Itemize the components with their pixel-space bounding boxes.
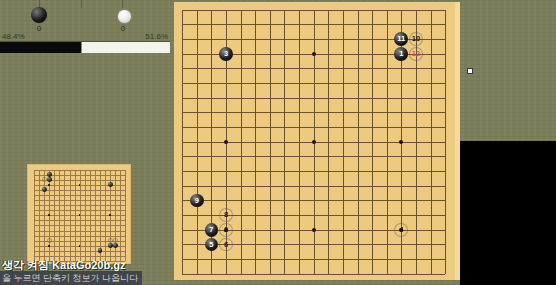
- grid-line: [431, 10, 432, 274]
- black-winrate-label: 48.4%: [2, 32, 25, 41]
- tick-mark: [81, 0, 82, 8]
- grid-line: [328, 10, 329, 274]
- shortcut-hint-text: 을 누르면 단축키 정보가 나옵니다: [0, 271, 142, 285]
- grid-line: [125, 170, 126, 261]
- move-7-black-stone: 7: [205, 223, 219, 237]
- black-stone: [108, 182, 113, 187]
- star-point: [312, 140, 316, 144]
- move-11-black-stone: 11: [394, 32, 408, 46]
- grid-line: [85, 170, 86, 261]
- black-stone: [113, 243, 118, 248]
- grid-line: [445, 10, 446, 274]
- move-6-white-stone: 6: [219, 238, 233, 252]
- grid-line: [34, 236, 125, 237]
- white-player-stone-icon: [117, 9, 132, 24]
- winrate-bar-white-part: [81, 42, 170, 53]
- grid-line: [105, 170, 106, 261]
- grid-line: [182, 171, 445, 172]
- white-captures-count: 0: [115, 24, 131, 33]
- move-4-white-stone: 4: [394, 223, 408, 237]
- black-stone: [47, 172, 52, 177]
- white-stone: [108, 238, 113, 243]
- star-point: [312, 52, 316, 56]
- black-stone: [98, 248, 103, 253]
- white-stone: [113, 238, 118, 243]
- grid-line: [90, 170, 91, 261]
- move-3-black-stone: 3: [219, 47, 233, 61]
- black-player-stone-icon: [31, 7, 47, 23]
- move-9-black-stone: 9: [190, 194, 204, 208]
- main-go-board[interactable]: 123456789101112: [174, 2, 455, 280]
- grid-line: [182, 156, 445, 157]
- grid-line: [34, 231, 125, 232]
- mini-go-board[interactable]: [27, 164, 131, 264]
- grid-line: [95, 170, 96, 261]
- white-stone: [42, 177, 47, 182]
- grid-line: [387, 10, 388, 274]
- tick-mark: [122, 0, 123, 8]
- black-stone: [42, 187, 47, 192]
- grid-line: [182, 259, 445, 260]
- black-captures-count: 0: [31, 24, 47, 33]
- move-2-white-stone: 2: [219, 223, 233, 237]
- app-window: 0 0 48.4% 51.6% 생각 켜짐 KataGo20b.gz 을 누르면…: [0, 0, 556, 285]
- move-8-white-stone: 8: [219, 208, 233, 222]
- star-point: [48, 245, 50, 247]
- move-12-white-stone: 12: [409, 47, 423, 61]
- black-panel: [460, 141, 556, 285]
- move-1-black-stone: 1: [394, 47, 408, 61]
- grid-line: [34, 220, 125, 221]
- star-point: [312, 228, 316, 232]
- star-point: [48, 184, 50, 186]
- star-point: [399, 140, 403, 144]
- grid-line: [34, 251, 125, 252]
- black-stone: [108, 243, 113, 248]
- star-point: [224, 140, 228, 144]
- grid-line: [358, 10, 359, 274]
- grid-line: [182, 200, 445, 201]
- white-winrate-label: 51.6%: [145, 32, 168, 41]
- grid-line: [34, 225, 125, 226]
- grid-line: [182, 186, 445, 187]
- grid-line: [120, 170, 121, 261]
- winrate-bar: [0, 41, 170, 53]
- star-point: [109, 214, 111, 216]
- grid-line: [343, 10, 344, 274]
- grid-line: [100, 170, 101, 261]
- black-stone: [47, 177, 52, 182]
- grid-line: [372, 10, 373, 274]
- move-5-black-stone: 5: [205, 238, 219, 252]
- white-stone: [47, 238, 52, 243]
- move-10-white-stone: 10: [409, 32, 423, 46]
- grid-line: [182, 274, 445, 275]
- white-dot-marker: [467, 68, 473, 74]
